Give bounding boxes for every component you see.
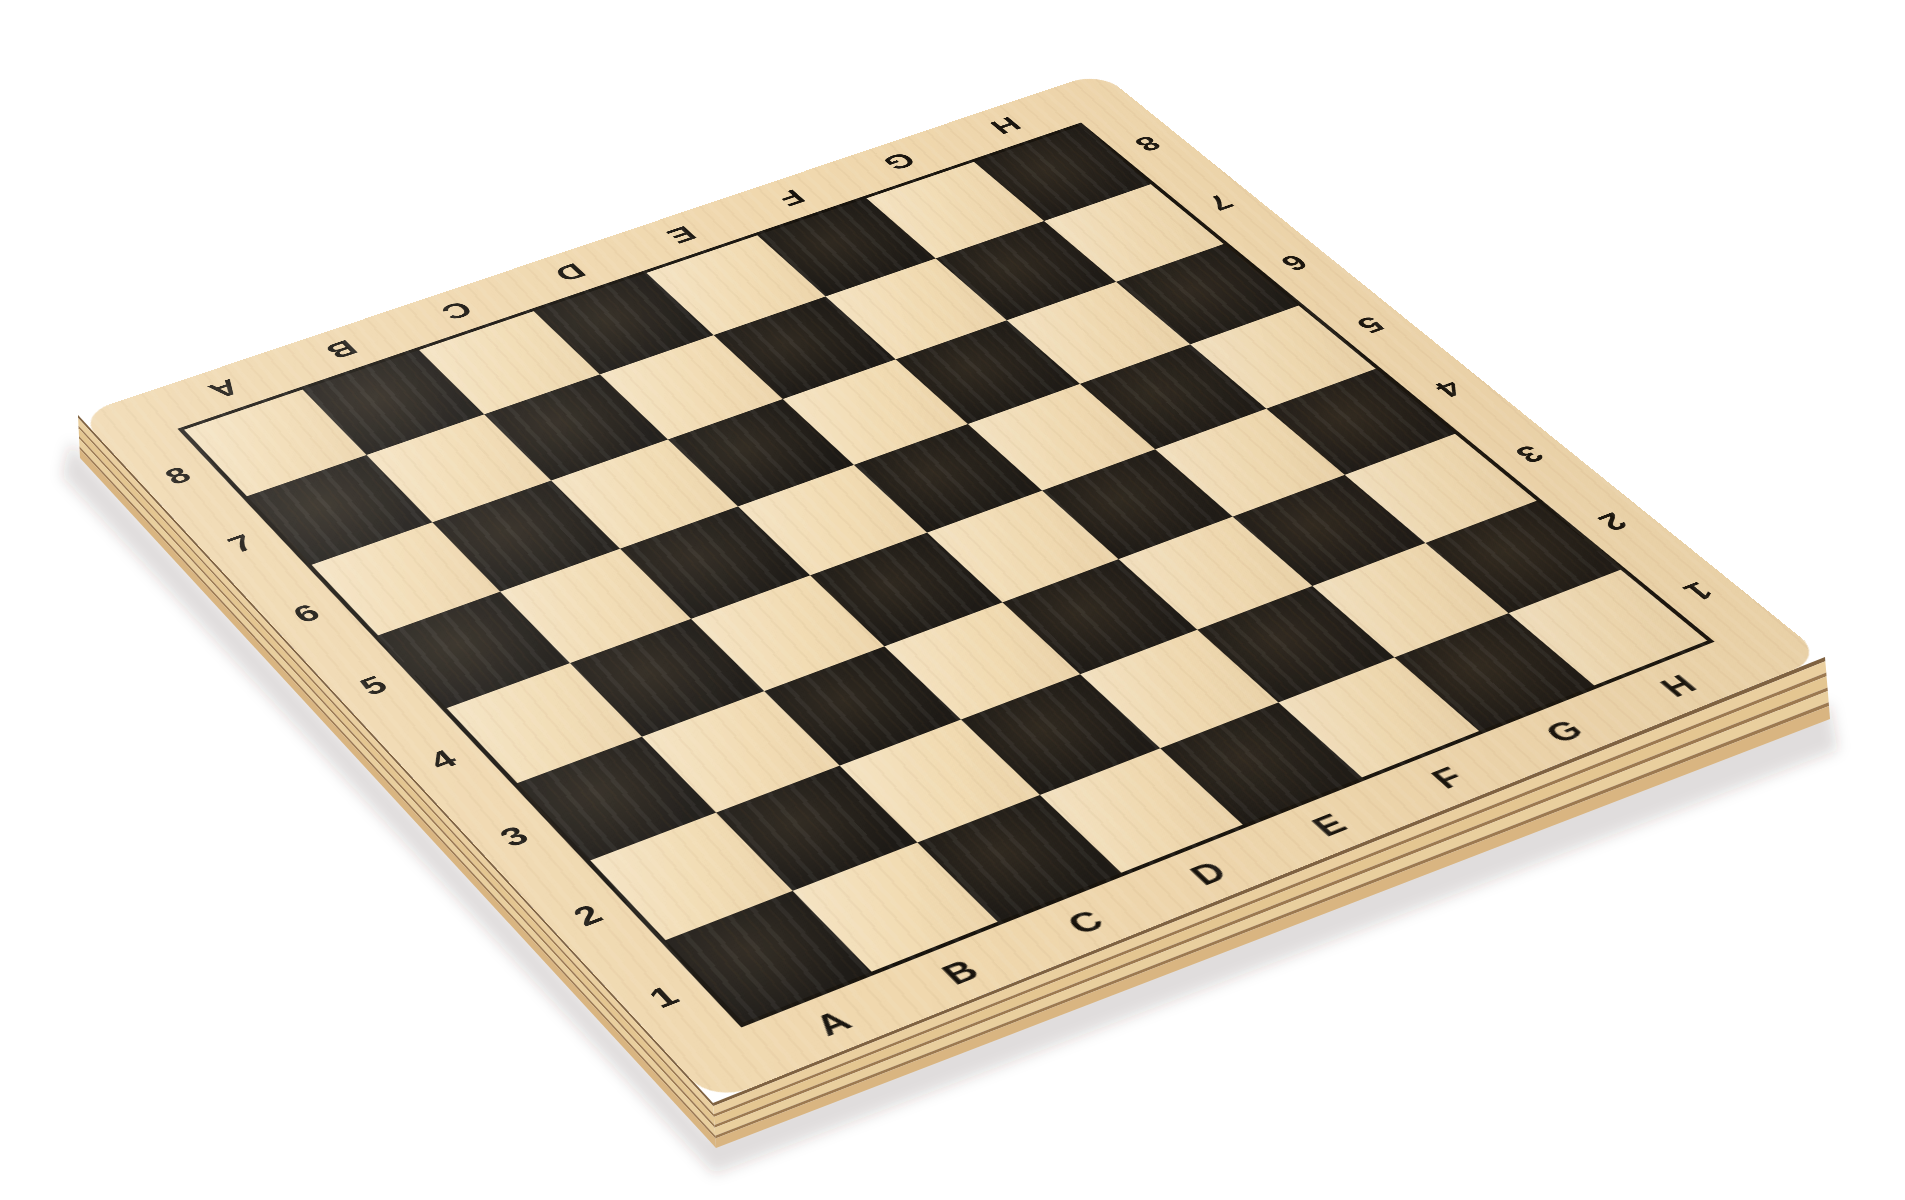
file-label-bottom-d: D — [1167, 848, 1250, 900]
file-label-bottom-h: H — [1638, 662, 1719, 710]
file-label-bottom-f: F — [1407, 753, 1489, 803]
file-label-bottom-b: B — [918, 945, 1002, 998]
file-label-bottom-e: E — [1288, 800, 1371, 851]
rank-label-left-1: 1 — [622, 970, 706, 1024]
file-label-bottom-c: C — [1044, 896, 1128, 948]
file-label-bottom-g: G — [1523, 707, 1605, 756]
rank-label-left-8: 8 — [141, 454, 215, 498]
rank-label-left-6: 6 — [268, 590, 344, 636]
rank-label-left-3: 3 — [474, 811, 555, 862]
rank-label-left-5: 5 — [335, 662, 413, 710]
rank-label-left-7: 7 — [204, 521, 279, 566]
rank-label-left-4: 4 — [403, 735, 482, 784]
scene: AA88BB77CC66DD55EE44FF33GG22HH11 — [0, 0, 1905, 1200]
file-label-bottom-a: A — [790, 996, 874, 1051]
rank-label-left-2: 2 — [547, 889, 629, 941]
